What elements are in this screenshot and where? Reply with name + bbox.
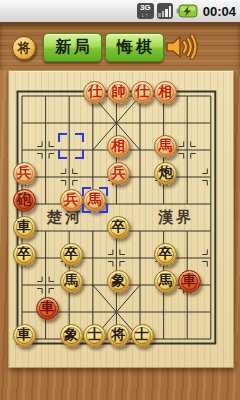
piece-black-卒[interactable]: 卒 — [60, 243, 83, 266]
general-piece-badge-icon: 将 — [12, 36, 36, 60]
piece-black-炮[interactable]: 炮 — [154, 162, 177, 185]
piece-red-兵[interactable]: 兵 — [13, 162, 36, 185]
toolbar: 将 新局 悔棋 — [0, 22, 240, 70]
piece-red-馬[interactable]: 馬 — [154, 135, 177, 158]
piece-red-砲[interactable]: 砲 — [13, 189, 36, 212]
piece-red-相[interactable]: 相 — [107, 135, 130, 158]
piece-black-士[interactable]: 士 — [83, 324, 106, 347]
app-screen: 3G ↓↑ 00:04 将 新局 悔棋 — [0, 0, 240, 400]
piece-black-馬[interactable]: 馬 — [154, 270, 177, 293]
mobile-data-arrows: ↓↑ — [137, 12, 154, 18]
piece-black-士[interactable]: 士 — [131, 324, 154, 347]
piece-black-車[interactable]: 車 — [13, 324, 36, 347]
piece-red-相[interactable]: 相 — [154, 81, 177, 104]
piece-red-兵[interactable]: 兵 — [107, 162, 130, 185]
speaker-icon[interactable] — [165, 34, 201, 60]
piece-red-兵[interactable]: 兵 — [60, 189, 83, 212]
river-label-right: 漢界 — [151, 208, 201, 227]
mobile-data-label: 3G — [137, 3, 154, 12]
piece-red-車[interactable]: 車 — [178, 270, 201, 293]
piece-red-馬[interactable]: 馬 — [83, 189, 106, 212]
clock: 00:04 — [203, 4, 236, 19]
xiangqi-board[interactable]: 楚河 漢界 仕帥仕相相馬兵兵炮砲兵馬車卒卒卒卒馬象馬車車車象士将士 — [8, 70, 234, 368]
piece-black-象[interactable]: 象 — [107, 270, 130, 293]
signal-strength-icon — [157, 3, 173, 19]
piece-black-卒[interactable]: 卒 — [154, 243, 177, 266]
undo-move-button[interactable]: 悔棋 — [105, 33, 164, 62]
piece-black-卒[interactable]: 卒 — [13, 243, 36, 266]
piece-black-車[interactable]: 車 — [13, 216, 36, 239]
piece-red-車[interactable]: 車 — [36, 297, 59, 320]
piece-red-仕[interactable]: 仕 — [131, 81, 154, 104]
river-label-left: 楚河 — [40, 208, 90, 227]
battery-icon — [176, 4, 198, 18]
piece-black-卒[interactable]: 卒 — [107, 216, 130, 239]
status-bar: 3G ↓↑ 00:04 — [0, 0, 240, 23]
piece-red-仕[interactable]: 仕 — [83, 81, 106, 104]
piece-black-将[interactable]: 将 — [107, 324, 130, 347]
piece-red-帥[interactable]: 帥 — [107, 81, 130, 104]
mobile-data-3g-icon: 3G ↓↑ — [137, 3, 154, 19]
piece-black-象[interactable]: 象 — [60, 324, 83, 347]
new-game-button[interactable]: 新局 — [43, 33, 102, 62]
piece-black-馬[interactable]: 馬 — [60, 270, 83, 293]
